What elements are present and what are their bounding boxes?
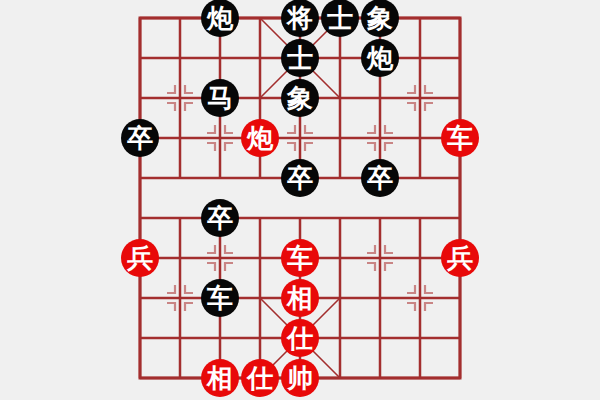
piece-black-soldier[interactable]: 卒 [361,159,399,197]
piece-red-soldier[interactable]: 兵 [441,239,479,277]
piece-black-cannon[interactable]: 炮 [201,0,239,37]
piece-red-elephant[interactable]: 相 [281,279,319,317]
piece-red-soldier[interactable]: 兵 [121,239,159,277]
piece-black-general[interactable]: 将 [281,0,319,37]
piece-red-chariot[interactable]: 车 [441,119,479,157]
piece-red-general[interactable]: 帅 [281,359,319,397]
piece-red-chariot[interactable]: 车 [281,239,319,277]
xiangqi-app: 炮将士象士炮马象卒炮车卒卒卒兵车兵车相仕相仕帅 [0,0,600,400]
piece-layer: 炮将士象士炮马象卒炮车卒卒卒兵车兵车相仕相仕帅 [120,0,480,398]
piece-black-chariot[interactable]: 车 [201,279,239,317]
piece-black-soldier[interactable]: 卒 [121,119,159,157]
piece-red-advisor[interactable]: 仕 [281,319,319,357]
piece-black-advisor[interactable]: 士 [281,39,319,77]
piece-black-elephant[interactable]: 象 [361,0,399,37]
piece-black-elephant[interactable]: 象 [281,79,319,117]
piece-black-horse[interactable]: 马 [201,79,239,117]
piece-red-advisor[interactable]: 仕 [241,359,279,397]
piece-red-elephant[interactable]: 相 [201,359,239,397]
piece-black-cannon[interactable]: 炮 [361,39,399,77]
piece-black-soldier[interactable]: 卒 [201,199,239,237]
piece-red-cannon[interactable]: 炮 [241,119,279,157]
piece-black-soldier[interactable]: 卒 [281,159,319,197]
piece-black-advisor[interactable]: 士 [321,0,359,37]
